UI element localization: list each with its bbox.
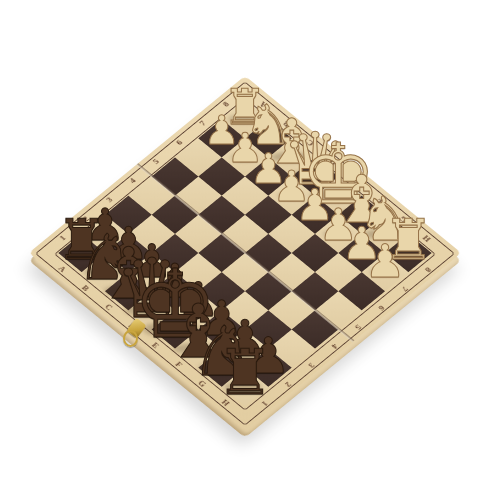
square-b5[interactable]: [175, 177, 222, 215]
piece-white-pawn[interactable]: ♟: [364, 239, 405, 285]
rank-label-left-6: 6: [174, 138, 184, 146]
rank-label-right-5: 5: [353, 322, 363, 330]
chess-set-photo: AA11BB22CC33DD44EE55FF66GG77HH88 ♜♞♝♛♚♝♞…: [0, 0, 500, 500]
square-c5[interactable]: [198, 196, 245, 234]
rank-label-left-4: 4: [128, 176, 138, 184]
square-a4[interactable]: [128, 177, 175, 215]
rank-label-right-6: 6: [376, 303, 386, 311]
brass-latch-ring: [123, 330, 138, 347]
rank-label-right-3: 3: [306, 360, 316, 368]
rank-label-left-5: 5: [151, 157, 161, 165]
rank-label-right-4: 4: [329, 341, 339, 349]
piece-black-rook[interactable]: ♜: [217, 340, 274, 403]
square-d5[interactable]: [222, 215, 269, 253]
square-b4[interactable]: [152, 196, 199, 234]
square-a5[interactable]: [152, 157, 199, 195]
